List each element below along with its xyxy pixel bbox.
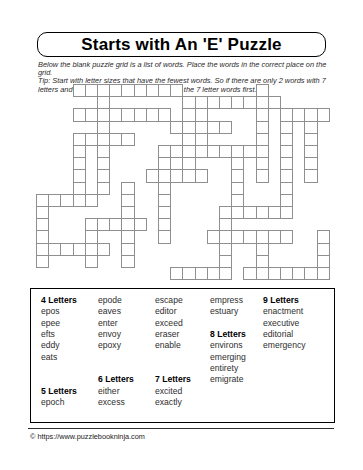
grid-cell[interactable] — [121, 218, 134, 231]
grid-cell[interactable] — [97, 121, 110, 134]
grid-cell[interactable] — [256, 267, 269, 280]
grid-cell[interactable] — [97, 169, 110, 182]
grid-cell[interactable] — [85, 230, 98, 243]
grid-cell[interactable] — [158, 157, 171, 170]
grid-cell[interactable] — [207, 96, 220, 109]
grid-cell[interactable] — [317, 267, 330, 280]
word-item — [41, 374, 77, 385]
grid-cell[interactable] — [73, 243, 86, 256]
footer-url: © https://www.puzzlebookninja.com — [30, 432, 145, 441]
grid-cell[interactable] — [182, 108, 195, 121]
grid-cell[interactable] — [207, 267, 220, 280]
word-list-column: epodeeavesenterenvoyepoxy6 Letterseither… — [98, 295, 134, 408]
grid-cell[interactable] — [158, 218, 171, 231]
word-item: escape — [155, 295, 191, 306]
grid-cell[interactable] — [317, 108, 330, 121]
grid-cell[interactable] — [170, 84, 183, 97]
grid-cell[interactable] — [85, 255, 98, 268]
grid-cell[interactable] — [36, 255, 49, 268]
word-item: executive — [263, 318, 306, 329]
word-item: eats — [41, 352, 77, 363]
word-item — [210, 318, 246, 329]
grid-cell[interactable] — [219, 121, 232, 134]
grid-cell[interactable] — [109, 133, 122, 146]
word-item — [98, 363, 134, 374]
grid-cell[interactable] — [121, 133, 134, 146]
grid-cell[interactable] — [134, 108, 147, 121]
word-item: excess — [98, 397, 134, 408]
word-item: envoy — [98, 329, 134, 340]
grid-cell[interactable] — [304, 267, 317, 280]
grid-cell[interactable] — [317, 243, 330, 256]
word-item — [155, 363, 191, 374]
word-length-header: 9 Letters — [263, 295, 306, 306]
grid-cell[interactable] — [280, 194, 293, 207]
grid-cell[interactable] — [109, 218, 122, 231]
word-item: epode — [98, 295, 134, 306]
grid-cell[interactable] — [256, 169, 269, 182]
word-item: epoch — [41, 397, 77, 408]
grid-cell[interactable] — [195, 133, 208, 146]
grid-cell[interactable] — [134, 218, 147, 231]
word-item — [98, 352, 134, 363]
puzzle-title-box: Starts with An 'E' Puzzle — [37, 32, 326, 57]
word-item: environs — [210, 340, 246, 351]
grid-cell[interactable] — [195, 169, 208, 182]
grid-cell[interactable] — [48, 194, 61, 207]
grid-cell[interactable] — [195, 96, 208, 109]
grid-cell[interactable] — [85, 243, 98, 256]
word-item: enactment — [263, 306, 306, 317]
grid-cell[interactable] — [256, 157, 269, 170]
word-item: enter — [98, 318, 134, 329]
word-item: entirety — [210, 363, 246, 374]
grid-cell[interactable] — [304, 169, 317, 182]
word-item: either — [98, 386, 134, 397]
grid-cell[interactable] — [207, 121, 220, 134]
grid-cell[interactable] — [268, 267, 281, 280]
grid-cell[interactable] — [170, 121, 183, 134]
grid-cell[interactable] — [170, 267, 183, 280]
word-length-header: 4 Letters — [41, 295, 77, 306]
grid-cell[interactable] — [36, 218, 49, 231]
grid-cell[interactable] — [73, 157, 86, 170]
word-length-header: 8 Letters — [210, 329, 246, 340]
grid-cell[interactable] — [85, 218, 98, 231]
grid-cell[interactable] — [170, 169, 183, 182]
grid-cell[interactable] — [280, 133, 293, 146]
grid-cell[interactable] — [292, 108, 305, 121]
grid-cell[interactable] — [121, 182, 134, 195]
word-item: epee — [41, 318, 77, 329]
word-list-column: empressestuary8 Lettersenvironsemerginge… — [210, 295, 246, 386]
grid-cell[interactable] — [280, 182, 293, 195]
grid-cell[interactable] — [182, 96, 195, 109]
grid-cell[interactable] — [73, 169, 86, 182]
word-item: efts — [41, 329, 77, 340]
grid-cell[interactable] — [121, 84, 134, 97]
word-item: exactly — [155, 397, 191, 408]
grid-cell[interactable] — [48, 243, 61, 256]
word-item: emigrate — [210, 374, 246, 385]
grid-cell[interactable] — [60, 194, 73, 207]
grid-cell[interactable] — [195, 108, 208, 121]
grid-cell[interactable] — [207, 145, 220, 158]
word-item: epos — [41, 306, 77, 317]
grid-cell[interactable] — [158, 108, 171, 121]
word-item: emerging — [210, 352, 246, 363]
word-item: eddy — [41, 340, 77, 351]
word-item: empress — [210, 295, 246, 306]
grid-cell[interactable] — [231, 206, 244, 219]
grid-cell[interactable] — [268, 206, 281, 219]
word-item: exceed — [155, 318, 191, 329]
grid-cell[interactable] — [317, 230, 330, 243]
grid-cell[interactable] — [207, 230, 220, 243]
grid-cell[interactable] — [195, 145, 208, 158]
word-list-column: 9 Lettersenactmentexecutiveeditorialemer… — [263, 295, 306, 352]
grid-cell[interactable] — [304, 108, 317, 121]
word-item: emergency — [263, 340, 306, 351]
grid-cell[interactable] — [73, 133, 86, 146]
grid-cell[interactable] — [231, 194, 244, 207]
grid-cell[interactable] — [97, 157, 110, 170]
word-item: epoxy — [98, 340, 134, 351]
grid-cell[interactable] — [219, 243, 232, 256]
grid-cell[interactable] — [182, 157, 195, 170]
grid-cell[interactable] — [182, 121, 195, 134]
grid-cell[interactable] — [304, 121, 317, 134]
puzzle-grid — [36, 84, 329, 280]
grid-cell[interactable] — [243, 230, 256, 243]
word-list-column: 4 Letterseposepeeeftseddyeats5 Lettersep… — [41, 295, 77, 408]
grid-cell[interactable] — [256, 96, 269, 109]
grid-cell[interactable] — [231, 157, 244, 170]
word-item: enable — [155, 340, 191, 351]
grid-cell[interactable] — [36, 230, 49, 243]
grid-cell[interactable] — [182, 169, 195, 182]
grid-cell[interactable] — [97, 96, 110, 109]
word-list-column: escapeeditorexceederaserenable7 Letterse… — [155, 295, 191, 408]
grid-cell[interactable] — [317, 255, 330, 268]
grid-cell[interactable] — [256, 121, 269, 134]
grid-cell[interactable] — [121, 230, 134, 243]
grid-cell[interactable] — [121, 108, 134, 121]
grid-cell[interactable] — [280, 121, 293, 134]
grid-cell[interactable] — [182, 133, 195, 146]
grid-cell[interactable] — [219, 267, 232, 280]
grid-cell[interactable] — [231, 96, 244, 109]
grid-cell[interactable] — [109, 84, 122, 97]
grid-cell[interactable] — [231, 230, 244, 243]
grid-cell[interactable] — [256, 206, 269, 219]
grid-cell[interactable] — [121, 243, 134, 256]
grid-cell[interactable] — [243, 145, 256, 158]
grid-cell[interactable] — [158, 182, 171, 195]
grid-cell[interactable] — [304, 133, 317, 146]
word-list-box: 4 Letterseposepeeeftseddyeats5 Lettersep… — [30, 288, 335, 423]
page-title: Starts with An 'E' Puzzle — [81, 35, 281, 55]
grid-cell[interactable] — [292, 267, 305, 280]
grid-cell[interactable] — [146, 169, 159, 182]
grid-cell[interactable] — [73, 182, 86, 195]
grid-cell[interactable] — [280, 206, 293, 219]
grid-cell[interactable] — [243, 96, 256, 109]
word-item: editorial — [263, 329, 306, 340]
grid-cell[interactable] — [85, 133, 98, 146]
grid-cell[interactable] — [60, 243, 73, 256]
grid-cell[interactable] — [195, 121, 208, 134]
grid-cell[interactable] — [85, 108, 98, 121]
grid-cell[interactable] — [195, 267, 208, 280]
grid-cell[interactable] — [268, 96, 281, 109]
grid-cell[interactable] — [219, 255, 232, 268]
grid-cell[interactable] — [268, 230, 281, 243]
grid-cell[interactable] — [182, 267, 195, 280]
grid-cell[interactable] — [304, 157, 317, 170]
word-length-header: 5 Letters — [41, 386, 77, 397]
word-item: editor — [155, 306, 191, 317]
grid-cell[interactable] — [85, 84, 98, 97]
word-item: excited — [155, 386, 191, 397]
grid-cell[interactable] — [85, 194, 98, 207]
grid-cell[interactable] — [219, 218, 232, 231]
grid-cell[interactable] — [121, 255, 134, 268]
word-item — [155, 352, 191, 363]
grid-cell[interactable] — [73, 108, 86, 121]
grid-cell[interactable] — [280, 230, 293, 243]
grid-cell[interactable] — [256, 255, 269, 268]
grid-cell[interactable] — [146, 108, 159, 121]
grid-cell[interactable] — [256, 230, 269, 243]
grid-cell[interactable] — [231, 182, 244, 195]
word-item: estuary — [210, 306, 246, 317]
grid-cell[interactable] — [158, 194, 171, 207]
grid-cell[interactable] — [97, 182, 110, 195]
grid-cell[interactable] — [231, 169, 244, 182]
footer-divider — [28, 428, 334, 429]
word-item: eaves — [98, 306, 134, 317]
word-item — [41, 363, 77, 374]
word-length-header: 7 Letters — [155, 374, 191, 385]
grid-cell[interactable] — [243, 206, 256, 219]
instructions-line-1: Below the blank puzzle grid is a list of… — [38, 61, 332, 77]
grid-cell[interactable] — [134, 84, 147, 97]
word-length-header: 6 Letters — [98, 374, 134, 385]
grid-cell[interactable] — [256, 108, 269, 121]
grid-cell[interactable] — [121, 194, 134, 207]
grid-cell[interactable] — [256, 133, 269, 146]
grid-cell[interactable] — [170, 145, 183, 158]
grid-cell[interactable] — [73, 194, 86, 207]
word-item: eraser — [155, 329, 191, 340]
grid-cell[interactable] — [109, 108, 122, 121]
grid-cell[interactable] — [97, 243, 110, 256]
grid-cell[interactable] — [243, 267, 256, 280]
grid-cell[interactable] — [280, 169, 293, 182]
grid-cell[interactable] — [73, 84, 86, 97]
grid-cell[interactable] — [146, 84, 159, 97]
grid-cell[interactable] — [280, 157, 293, 170]
grid-cell[interactable] — [158, 230, 171, 243]
grid-cell[interactable] — [256, 243, 269, 256]
